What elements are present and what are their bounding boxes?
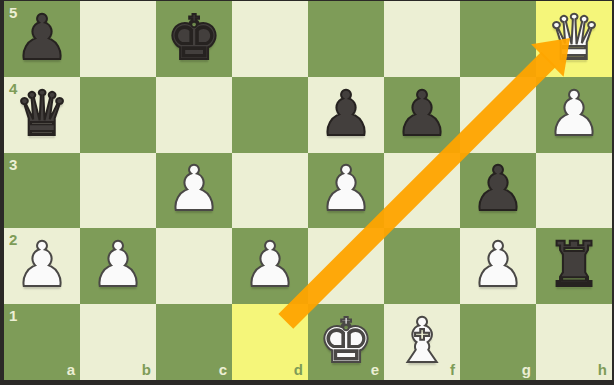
rank-label-3: 3 bbox=[9, 157, 17, 172]
file-label-c: c bbox=[219, 362, 227, 377]
square-e2[interactable] bbox=[308, 228, 384, 304]
square-c1[interactable]: c bbox=[156, 304, 232, 380]
black-rook[interactable]: ♜ bbox=[546, 234, 602, 296]
white-pawn[interactable]: ♟ bbox=[546, 83, 602, 145]
square-d5[interactable] bbox=[232, 1, 308, 77]
black-pawn[interactable]: ♟ bbox=[318, 83, 374, 145]
file-label-d: d bbox=[294, 362, 303, 377]
square-a2[interactable]: 2♟ bbox=[4, 228, 80, 304]
black-king[interactable]: ♚ bbox=[166, 7, 222, 69]
square-h4[interactable]: ♟ bbox=[536, 77, 612, 153]
square-b3[interactable] bbox=[80, 153, 156, 229]
board-frame: 5♟♚♛4♛♟♟♟3♟♟♟2♟♟♟♟♜1abcde♚f♝gh bbox=[0, 0, 614, 385]
rank-label-1: 1 bbox=[9, 308, 17, 323]
file-label-a: a bbox=[67, 362, 75, 377]
square-b2[interactable]: ♟ bbox=[80, 228, 156, 304]
square-g3[interactable]: ♟ bbox=[460, 153, 536, 229]
black-pawn[interactable]: ♟ bbox=[14, 7, 70, 69]
white-pawn[interactable]: ♟ bbox=[242, 234, 298, 296]
square-g1[interactable]: g bbox=[460, 304, 536, 380]
square-f5[interactable] bbox=[384, 1, 460, 77]
square-c3[interactable]: ♟ bbox=[156, 153, 232, 229]
white-pawn[interactable]: ♟ bbox=[470, 234, 526, 296]
square-h5[interactable]: ♛ bbox=[536, 1, 612, 77]
square-h3[interactable] bbox=[536, 153, 612, 229]
square-a1[interactable]: 1a bbox=[4, 304, 80, 380]
white-queen[interactable]: ♛ bbox=[546, 7, 602, 69]
square-c2[interactable] bbox=[156, 228, 232, 304]
square-g5[interactable] bbox=[460, 1, 536, 77]
black-pawn[interactable]: ♟ bbox=[470, 158, 526, 220]
square-d3[interactable] bbox=[232, 153, 308, 229]
square-h1[interactable]: h bbox=[536, 304, 612, 380]
square-e1[interactable]: e♚ bbox=[308, 304, 384, 380]
square-f2[interactable] bbox=[384, 228, 460, 304]
square-d2[interactable]: ♟ bbox=[232, 228, 308, 304]
square-a4[interactable]: 4♛ bbox=[4, 77, 80, 153]
square-g4[interactable] bbox=[460, 77, 536, 153]
white-pawn[interactable]: ♟ bbox=[166, 158, 222, 220]
square-b4[interactable] bbox=[80, 77, 156, 153]
file-label-b: b bbox=[142, 362, 151, 377]
file-label-g: g bbox=[522, 362, 531, 377]
square-a5[interactable]: 5♟ bbox=[4, 1, 80, 77]
square-h2[interactable]: ♜ bbox=[536, 228, 612, 304]
white-bishop[interactable]: ♝ bbox=[394, 310, 450, 372]
square-a3[interactable]: 3 bbox=[4, 153, 80, 229]
chess-board: 5♟♚♛4♛♟♟♟3♟♟♟2♟♟♟♟♜1abcde♚f♝gh bbox=[4, 1, 612, 380]
square-c4[interactable] bbox=[156, 77, 232, 153]
square-d1[interactable]: d bbox=[232, 304, 308, 380]
square-f1[interactable]: f♝ bbox=[384, 304, 460, 380]
square-g2[interactable]: ♟ bbox=[460, 228, 536, 304]
white-pawn[interactable]: ♟ bbox=[90, 234, 146, 296]
square-c5[interactable]: ♚ bbox=[156, 1, 232, 77]
square-e3[interactable]: ♟ bbox=[308, 153, 384, 229]
square-b5[interactable] bbox=[80, 1, 156, 77]
square-e5[interactable] bbox=[308, 1, 384, 77]
square-d4[interactable] bbox=[232, 77, 308, 153]
white-pawn[interactable]: ♟ bbox=[318, 158, 374, 220]
file-label-f: f bbox=[450, 362, 455, 377]
square-f4[interactable]: ♟ bbox=[384, 77, 460, 153]
square-f3[interactable] bbox=[384, 153, 460, 229]
square-b1[interactable]: b bbox=[80, 304, 156, 380]
black-queen[interactable]: ♛ bbox=[14, 83, 70, 145]
file-label-h: h bbox=[598, 362, 607, 377]
black-pawn[interactable]: ♟ bbox=[394, 83, 450, 145]
square-e4[interactable]: ♟ bbox=[308, 77, 384, 153]
white-pawn[interactable]: ♟ bbox=[14, 234, 70, 296]
white-king[interactable]: ♚ bbox=[318, 310, 374, 372]
